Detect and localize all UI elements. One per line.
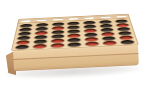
frame-top-face bbox=[11, 14, 139, 51]
board-hole-r5c2-black-disc bbox=[34, 39, 47, 44]
board-hole-r3c2-red-disc bbox=[35, 31, 47, 35]
slot-opening bbox=[36, 19, 47, 21]
slot-opening bbox=[84, 17, 95, 19]
board-hole-r3c3-black-disc bbox=[52, 30, 64, 34]
board-hole-r4c7-black-disc bbox=[118, 31, 131, 35]
board-hole-r4c2-black-disc bbox=[35, 35, 48, 39]
board-hole-r2c6-black-disc bbox=[100, 24, 113, 28]
board-hole-r4c6-red-disc bbox=[101, 32, 114, 36]
board-hole-r6c6-red-disc bbox=[103, 40, 117, 45]
frame-front-seam bbox=[13, 53, 138, 60]
board-hole-r4c5-black-disc bbox=[85, 33, 98, 37]
board-hole-r6c7-black-disc bbox=[120, 40, 134, 45]
slot-opening bbox=[68, 17, 79, 19]
board-hole-r2c5-black-disc bbox=[84, 24, 96, 28]
board-hole-r3c5-red-disc bbox=[84, 28, 96, 32]
board-hole-r6c1-black-disc bbox=[16, 45, 30, 50]
board-hole-r2c4-black-disc bbox=[68, 25, 80, 29]
board-hole-r2c2-black-disc bbox=[36, 27, 48, 31]
board-hole-r1c6-black-disc bbox=[99, 20, 111, 24]
slot-opening bbox=[100, 16, 111, 18]
board-hole-r4c4-red-disc bbox=[68, 33, 80, 37]
board-hole-r1c4-black-disc bbox=[68, 21, 80, 25]
board-hole-r2c7-red-disc bbox=[116, 23, 129, 27]
board-hole-r6c4-black-disc bbox=[68, 42, 81, 47]
board-hole-r3c7-black-disc bbox=[117, 27, 130, 31]
board-hole-r1c5-black-disc bbox=[84, 21, 96, 25]
board-hole-r3c1-black-disc bbox=[19, 32, 32, 36]
board-hole-r5c6-black-disc bbox=[102, 36, 115, 40]
board-hole-r3c6-black-disc bbox=[101, 28, 114, 32]
board-hole-r2c1-black-disc bbox=[19, 27, 31, 31]
board-hole-r3c4-black-disc bbox=[68, 29, 80, 33]
board-hole-r5c1-red-disc bbox=[17, 40, 30, 45]
board-hole-r6c5-red-disc bbox=[86, 41, 99, 46]
board-hole-r5c4-black-disc bbox=[68, 38, 81, 43]
board-hole-r5c7-red-disc bbox=[119, 35, 133, 39]
board-hole-r4c1-black-disc bbox=[18, 36, 31, 40]
slot-opening bbox=[52, 18, 62, 20]
slot-opening bbox=[20, 20, 31, 22]
slot-opening bbox=[116, 15, 127, 17]
board-hole-r6c2-red-disc bbox=[33, 44, 46, 49]
board-hole-r6c3-red-disc bbox=[51, 43, 64, 48]
board-hole-r2c3-red-disc bbox=[52, 26, 64, 30]
board-hole-r4c3-black-disc bbox=[51, 34, 63, 38]
board-photo-scene bbox=[0, 0, 150, 88]
board-hole-r5c5-red-disc bbox=[85, 37, 98, 41]
board-hole-r1c7-black-disc bbox=[115, 19, 128, 23]
board-hole-r5c3-red-disc bbox=[51, 38, 64, 43]
frame-top-face-wrapper bbox=[8, 0, 139, 51]
